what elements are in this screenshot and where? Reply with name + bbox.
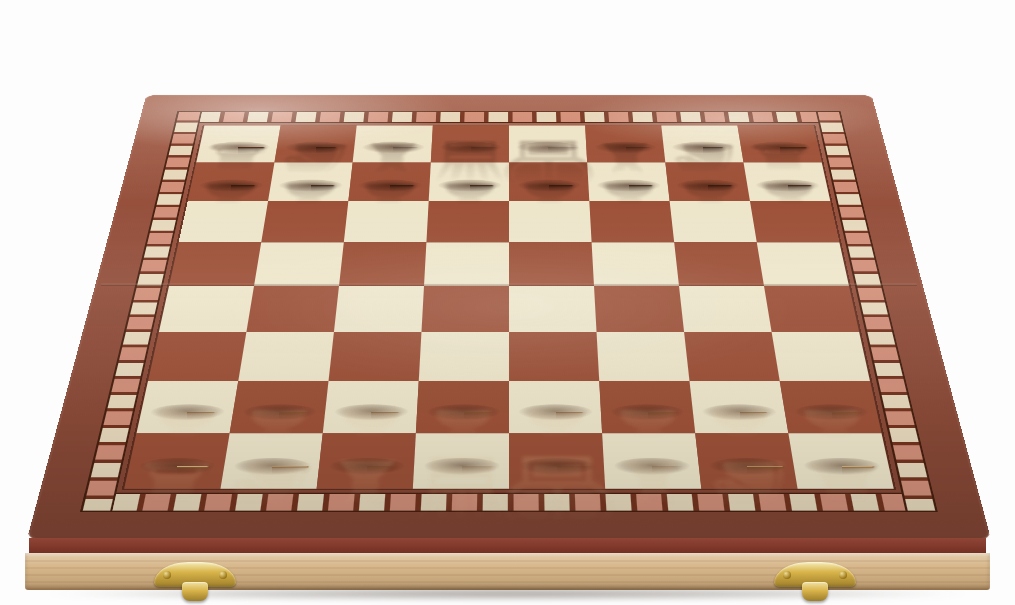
square-f1[interactable]: ♝♝: [602, 433, 701, 489]
square-b5[interactable]: [254, 242, 344, 286]
square-h5[interactable]: [757, 242, 849, 286]
square-e1[interactable]: ♚♚: [509, 433, 605, 489]
square-e7[interactable]: ♟♟: [509, 162, 589, 201]
chess-board: ♜♜♞♞♝♝♛♛♚♚♝♝♞♞♜♜♟♟♟♟♟♟♟♟♟♟♟♟♟♟♟♟♟♟♟♟♟♟♟♟…: [27, 95, 992, 540]
square-f7[interactable]: ♟♟: [587, 162, 669, 201]
square-g7[interactable]: ♟♟: [665, 162, 750, 201]
clasp-screw-right: [839, 571, 847, 579]
square-g5[interactable]: [674, 242, 764, 286]
clasp-screw-right: [219, 571, 227, 579]
square-a5[interactable]: [169, 242, 261, 286]
clasp-screw-left: [783, 571, 791, 579]
square-h1[interactable]: ♜♜: [788, 433, 893, 489]
square-g1[interactable]: ♞♞: [695, 433, 797, 489]
board-front-edge: [29, 538, 986, 554]
clasp-screw-left: [163, 571, 171, 579]
square-b1[interactable]: ♞♞: [220, 433, 322, 489]
scene-3d: ♜♜♞♞♝♝♛♛♚♚♝♝♞♞♜♜♟♟♟♟♟♟♟♟♟♟♟♟♟♟♟♟♟♟♟♟♟♟♟♟…: [0, 0, 1015, 605]
clasp-knob: [182, 582, 208, 601]
square-h7[interactable]: ♟♟: [744, 162, 831, 201]
product-photo-chess-set: ♜♜♞♞♝♝♛♛♚♚♝♝♞♞♜♜♟♟♟♟♟♟♟♟♟♟♟♟♟♟♟♟♟♟♟♟♟♟♟♟…: [0, 0, 1015, 605]
square-c7[interactable]: ♟♟: [348, 162, 430, 201]
square-d7[interactable]: ♟♟: [429, 162, 509, 201]
clasp-knob: [802, 582, 828, 601]
playing-grid: ♜♜♞♞♝♝♛♛♚♚♝♝♞♞♜♜♟♟♟♟♟♟♟♟♟♟♟♟♟♟♟♟♟♟♟♟♟♟♟♟…: [124, 125, 893, 488]
square-a7[interactable]: ♟♟: [188, 162, 275, 201]
square-b7[interactable]: ♟♟: [268, 162, 353, 201]
brass-clasp-left: [154, 562, 236, 604]
brass-clasp-right: [774, 562, 856, 604]
